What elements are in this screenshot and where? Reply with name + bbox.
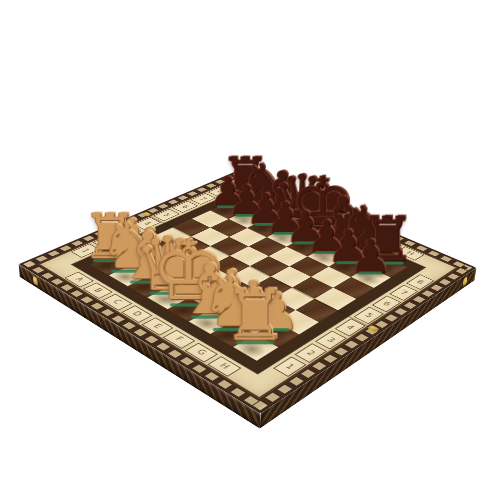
product-photo-scene: abcdefgh abcdefgh 87654321 87654321 ♜♞♝♛… [0, 0, 500, 500]
felt-base [235, 341, 274, 344]
piece-black-pawn[interactable]: ♟ [330, 191, 411, 278]
piece-glyph: ♜ [223, 283, 286, 348]
brass-latch-right [463, 276, 468, 286]
chessboard: abcdefgh abcdefgh 87654321 87654321 ♜♞♝♛… [19, 168, 477, 414]
piece-white-rook[interactable]: ♜ [209, 250, 300, 348]
brass-latch-front [33, 275, 38, 286]
felt-base [358, 272, 382, 275]
